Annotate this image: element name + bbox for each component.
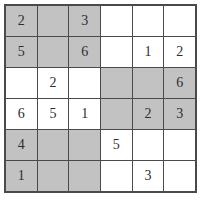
cell-r4c4[interactable]: [101, 99, 132, 129]
cell-r2c5[interactable]: 1: [133, 37, 164, 67]
cell-r3c2[interactable]: 2: [38, 68, 69, 98]
cell-r3c4[interactable]: [101, 68, 132, 98]
cell-r6c4[interactable]: [101, 161, 132, 191]
cell-r5c4[interactable]: 5: [101, 130, 132, 160]
cell-r2c1[interactable]: 5: [6, 37, 37, 67]
cell-r5c6[interactable]: [164, 130, 195, 160]
cell-r3c1[interactable]: [6, 68, 37, 98]
cell-r2c3[interactable]: 6: [69, 37, 100, 67]
cell-r4c3[interactable]: 1: [69, 99, 100, 129]
cell-r2c2[interactable]: [38, 37, 69, 67]
cell-r5c2[interactable]: [38, 130, 69, 160]
cell-r2c6[interactable]: 2: [164, 37, 195, 67]
cell-r1c1[interactable]: 2: [6, 6, 37, 36]
cell-r1c4[interactable]: [101, 6, 132, 36]
cell-r6c5[interactable]: 3: [133, 161, 164, 191]
cell-r4c6[interactable]: 3: [164, 99, 195, 129]
cell-r5c1[interactable]: 4: [6, 130, 37, 160]
cell-r6c2[interactable]: [38, 161, 69, 191]
cell-r6c3[interactable]: [69, 161, 100, 191]
cell-r4c5[interactable]: 2: [133, 99, 164, 129]
sudoku-board: 23561226651234513: [4, 4, 197, 193]
cell-r1c6[interactable]: [164, 6, 195, 36]
cell-r5c5[interactable]: [133, 130, 164, 160]
cell-r1c2[interactable]: [38, 6, 69, 36]
cell-r3c6[interactable]: 6: [164, 68, 195, 98]
cell-r3c5[interactable]: [133, 68, 164, 98]
cell-r2c4[interactable]: [101, 37, 132, 67]
cell-r1c3[interactable]: 3: [69, 6, 100, 36]
cell-r6c6[interactable]: [164, 161, 195, 191]
cell-r4c2[interactable]: 5: [38, 99, 69, 129]
cell-r5c3[interactable]: [69, 130, 100, 160]
cell-r4c1[interactable]: 6: [6, 99, 37, 129]
cell-r3c3[interactable]: [69, 68, 100, 98]
cell-r1c5[interactable]: [133, 6, 164, 36]
cell-r6c1[interactable]: 1: [6, 161, 37, 191]
